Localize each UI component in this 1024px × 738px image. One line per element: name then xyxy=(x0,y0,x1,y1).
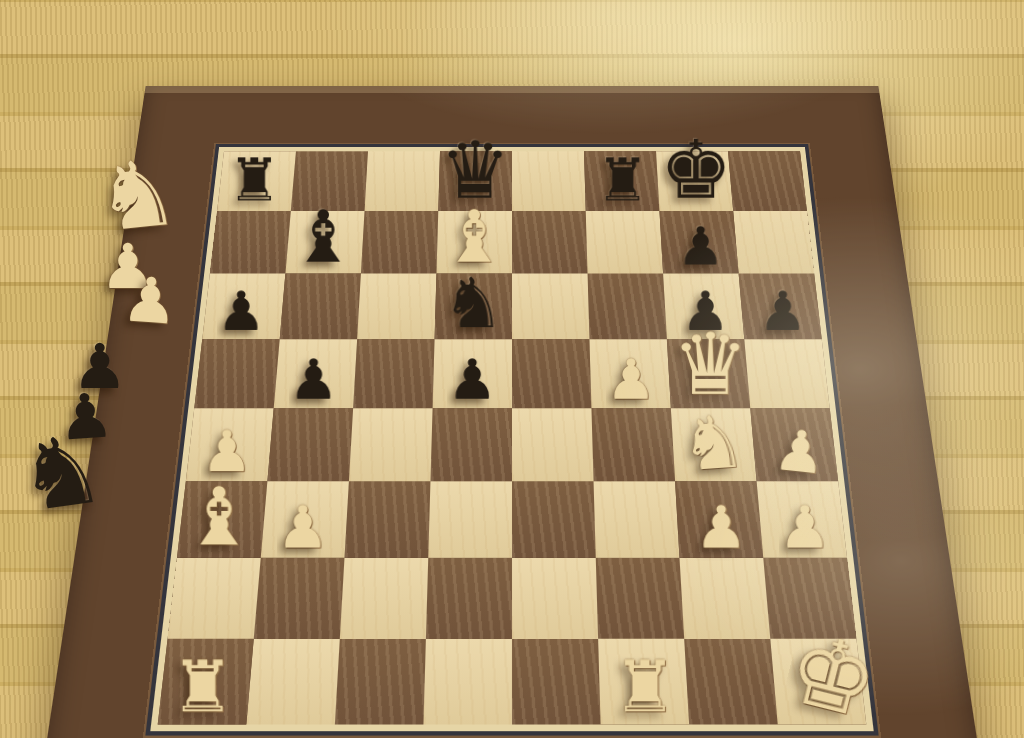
square-c1 xyxy=(335,639,426,725)
square-c3 xyxy=(344,481,430,558)
white-bishop-a3: ♝ xyxy=(184,479,255,554)
square-c7 xyxy=(361,211,438,274)
white-pawn-h3: ♟ xyxy=(779,499,832,555)
square-a6: ♟ xyxy=(202,274,285,340)
captured-white-pawn: ♟ xyxy=(120,270,180,333)
square-d5: ♟ xyxy=(433,339,512,408)
square-f8: ♜ xyxy=(584,151,659,211)
square-a8: ♜ xyxy=(217,151,296,211)
square-g8: ♚ xyxy=(656,151,733,211)
square-a7 xyxy=(210,211,291,274)
square-h8 xyxy=(728,151,807,211)
square-g1 xyxy=(684,639,778,725)
square-f3 xyxy=(594,481,680,558)
black-pawn-b5: ♟ xyxy=(289,353,339,406)
square-f1: ♜ xyxy=(598,639,689,725)
black-bishop-b7: ♝ xyxy=(291,203,355,271)
square-e4 xyxy=(512,408,594,481)
square-f6 xyxy=(588,274,667,340)
square-f7 xyxy=(586,211,663,274)
square-h5 xyxy=(744,339,829,408)
black-pawn-a6: ♟ xyxy=(217,285,266,336)
black-pawn-d5: ♟ xyxy=(447,353,497,406)
square-f4 xyxy=(591,408,675,481)
square-h3: ♟ xyxy=(757,481,847,558)
white-knight-g4: ♞ xyxy=(678,406,748,480)
square-d6: ♞ xyxy=(435,274,512,340)
square-c4 xyxy=(349,408,433,481)
square-e5 xyxy=(512,339,591,408)
white-pawn-b3: ♟ xyxy=(277,499,330,555)
white-bishop-d7: ♝ xyxy=(442,203,506,271)
square-g2 xyxy=(680,558,771,639)
square-c8 xyxy=(365,151,440,211)
square-d1 xyxy=(423,639,512,725)
square-a1: ♜ xyxy=(158,639,254,725)
white-pawn-f5: ♟ xyxy=(606,353,656,406)
square-c2 xyxy=(340,558,428,639)
square-h4: ♟ xyxy=(750,408,838,481)
square-a5 xyxy=(194,339,279,408)
black-pawn-g7: ♟ xyxy=(677,221,724,271)
white-pawn-g3: ♟ xyxy=(695,499,748,555)
square-e1 xyxy=(512,639,601,725)
white-pawn-h4: ♟ xyxy=(772,422,828,481)
square-b2 xyxy=(254,558,345,639)
square-b1 xyxy=(246,639,340,725)
playing-area: ♜♛♜♚♝♝♟♟♞♟♟♟♟♟♛♟♞♟♝♟♟♟♜♜♚ xyxy=(158,151,867,724)
square-h6: ♟ xyxy=(739,274,822,340)
square-g4: ♞ xyxy=(671,408,757,481)
square-a3: ♝ xyxy=(177,481,267,558)
scene: ♜♛♜♚♝♝♟♟♞♟♟♟♟♟♛♟♞♟♝♟♟♟♜♜♚ ♞♟♟♟♟♞ xyxy=(0,0,1024,738)
square-d4 xyxy=(430,408,512,481)
square-c6 xyxy=(357,274,436,340)
square-c5 xyxy=(353,339,434,408)
black-pawn-h6: ♟ xyxy=(758,285,807,336)
square-e2 xyxy=(512,558,598,639)
white-rook-a1: ♜ xyxy=(171,654,234,721)
captured-black-knight: ♞ xyxy=(12,422,110,524)
white-rook-f1: ♜ xyxy=(613,654,676,721)
square-e3 xyxy=(512,481,596,558)
square-g7: ♟ xyxy=(659,211,738,274)
square-d3 xyxy=(428,481,512,558)
square-h7 xyxy=(733,211,814,274)
square-e7 xyxy=(512,211,588,274)
black-knight-d6: ♞ xyxy=(442,270,504,336)
square-e8 xyxy=(512,151,586,211)
square-b3: ♟ xyxy=(261,481,349,558)
black-rook-a8: ♜ xyxy=(228,153,281,209)
square-e6 xyxy=(512,274,589,340)
square-g3: ♟ xyxy=(675,481,763,558)
square-f2 xyxy=(596,558,684,639)
square-b5: ♟ xyxy=(274,339,357,408)
square-b4 xyxy=(267,408,353,481)
white-queen-g5: ♛ xyxy=(672,325,748,406)
square-f5: ♟ xyxy=(589,339,670,408)
black-king-g8: ♚ xyxy=(660,132,733,209)
square-a2 xyxy=(168,558,261,639)
square-b7: ♝ xyxy=(285,211,364,274)
square-d2 xyxy=(426,558,512,639)
square-h1: ♚ xyxy=(770,639,866,725)
square-b6 xyxy=(280,274,361,340)
black-rook-f8: ♜ xyxy=(596,153,649,209)
